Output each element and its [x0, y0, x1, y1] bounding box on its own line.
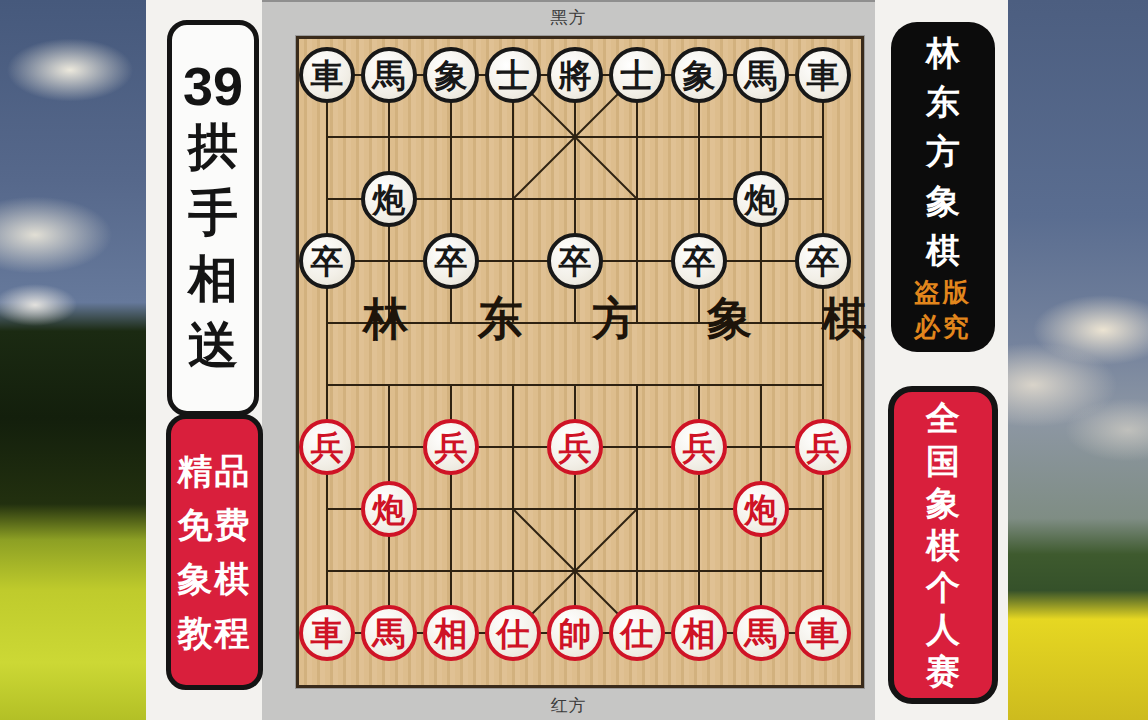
black-piece[interactable]: 炮 — [733, 171, 789, 227]
channel-name-char: 象 — [926, 177, 960, 226]
episode-title-char: 送 — [188, 312, 238, 378]
black-piece[interactable]: 卒 — [795, 233, 851, 289]
black-piece[interactable]: 象 — [423, 47, 479, 103]
black-piece[interactable]: 炮 — [361, 171, 417, 227]
free-course-row: 教程 — [178, 606, 252, 660]
episode-number: 39 — [183, 58, 243, 115]
red-piece[interactable]: 仕 — [485, 605, 541, 661]
red-piece[interactable]: 炮 — [361, 481, 417, 537]
free-course-row: 免费 — [178, 498, 252, 552]
episode-title-char: 相 — [188, 246, 238, 312]
free-course-row: 象棋 — [178, 552, 252, 606]
channel-name-char: 棋 — [926, 226, 960, 275]
black-piece[interactable]: 士 — [609, 47, 665, 103]
red-piece[interactable]: 車 — [795, 605, 851, 661]
channel-name-chars: 林东方象棋 — [926, 29, 960, 275]
red-piece[interactable]: 兵 — [671, 419, 727, 475]
red-piece[interactable]: 相 — [423, 605, 479, 661]
river-inscription: 林 东 方 象 棋 — [363, 289, 783, 349]
black-piece[interactable]: 車 — [299, 47, 355, 103]
tournament-char: 全 — [926, 397, 960, 439]
black-piece[interactable]: 車 — [795, 47, 851, 103]
black-piece[interactable]: 士 — [485, 47, 541, 103]
tournament-banner: 全国象棋个人赛 — [888, 386, 998, 704]
black-piece[interactable]: 卒 — [423, 233, 479, 289]
xiangqi-board[interactable]: 林 东 方 象 棋 123456789 九八七六五四三二一 車馬象士將士象馬車炮… — [296, 36, 864, 688]
black-piece[interactable]: 將 — [547, 47, 603, 103]
tournament-char: 国 — [926, 440, 960, 482]
episode-title-char: 拱 — [188, 114, 238, 180]
channel-name-char: 方 — [926, 127, 960, 176]
video-frame: 黑方 红方 39 拱手相送 精品免费象棋教程 林东方象棋 盗版必究 全国象棋个人… — [0, 0, 1148, 720]
copyright-warning-row: 必究 — [914, 310, 972, 345]
black-piece[interactable]: 卒 — [299, 233, 355, 289]
tournament-char: 象 — [926, 482, 960, 524]
board-grid — [299, 39, 861, 685]
red-side-label: 红方 — [262, 694, 875, 717]
episode-title-banner: 39 拱手相送 — [167, 20, 259, 416]
red-piece[interactable]: 炮 — [733, 481, 789, 537]
red-piece[interactable]: 仕 — [609, 605, 665, 661]
copyright-warning-row: 盗版 — [914, 275, 972, 310]
red-piece[interactable]: 兵 — [795, 419, 851, 475]
channel-name-char: 林 — [926, 29, 960, 78]
black-piece[interactable]: 卒 — [547, 233, 603, 289]
red-piece[interactable]: 馬 — [733, 605, 789, 661]
red-piece[interactable]: 兵 — [547, 419, 603, 475]
channel-banner: 林东方象棋 盗版必究 — [891, 22, 995, 352]
black-side-label: 黑方 — [262, 6, 875, 29]
red-piece[interactable]: 車 — [299, 605, 355, 661]
tournament-char: 人 — [926, 608, 960, 650]
black-piece[interactable]: 卒 — [671, 233, 727, 289]
free-course-row: 精品 — [178, 444, 252, 498]
black-piece[interactable]: 馬 — [733, 47, 789, 103]
black-piece[interactable]: 馬 — [361, 47, 417, 103]
red-piece[interactable]: 相 — [671, 605, 727, 661]
tournament-char: 棋 — [926, 524, 960, 566]
red-piece[interactable]: 兵 — [423, 419, 479, 475]
episode-title-chars: 拱手相送 — [188, 114, 238, 378]
red-piece[interactable]: 帥 — [547, 605, 603, 661]
red-piece[interactable]: 馬 — [361, 605, 417, 661]
black-piece[interactable]: 象 — [671, 47, 727, 103]
background-photo-left — [0, 0, 146, 720]
tournament-char: 赛 — [926, 650, 960, 692]
tournament-char: 个 — [926, 566, 960, 608]
red-piece[interactable]: 兵 — [299, 419, 355, 475]
background-photo-right — [1008, 0, 1148, 720]
copyright-warning: 盗版必究 — [914, 275, 972, 345]
channel-name-char: 东 — [926, 78, 960, 127]
free-course-banner: 精品免费象棋教程 — [166, 414, 263, 690]
episode-title-char: 手 — [188, 180, 238, 246]
